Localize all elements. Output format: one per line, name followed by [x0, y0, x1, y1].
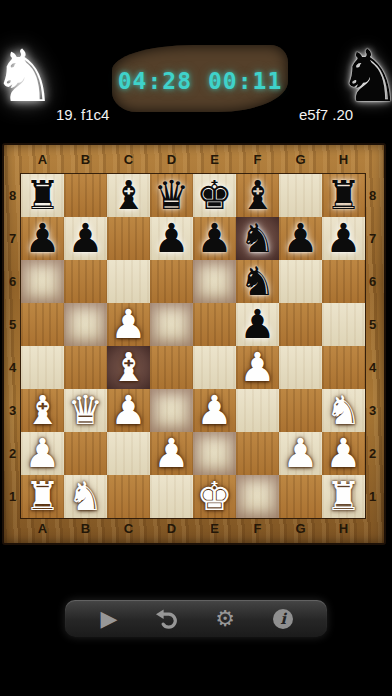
gear-icon: ⚙: [215, 607, 235, 631]
coord-label-E: E: [193, 145, 236, 174]
piece-black-rook-h8[interactable]: ♜: [326, 174, 362, 217]
rank-labels-left: 87654321: [4, 174, 21, 518]
coord-label-3: 3: [4, 389, 21, 432]
square-e1[interactable]: ♚: [193, 475, 236, 518]
piece-white-pawn-d2[interactable]: ♟: [154, 432, 190, 475]
piece-black-pawn-d7[interactable]: ♟: [154, 217, 190, 260]
coord-label-H: H: [322, 145, 365, 174]
coord-label-8: 8: [4, 174, 21, 217]
game-clock: 04:28 00:11: [112, 45, 288, 112]
piece-black-pawn-g7[interactable]: ♟: [283, 217, 319, 260]
square-d1[interactable]: [150, 475, 193, 518]
chess-app-screen: ♞ 19. f1c4 17. d1b3 15. c2c3 04:28 00:11…: [0, 0, 392, 696]
square-b7[interactable]: ♟: [64, 217, 107, 260]
square-a1[interactable]: ♜: [21, 475, 64, 518]
square-g5[interactable]: [279, 303, 322, 346]
square-g2[interactable]: ♟: [279, 432, 322, 475]
piece-white-pawn-f4[interactable]: ♟: [240, 346, 276, 389]
square-d6[interactable]: [150, 260, 193, 303]
coord-label-C: C: [107, 514, 150, 543]
square-d7[interactable]: ♟: [150, 217, 193, 260]
piece-white-bishop-a3[interactable]: ♝: [25, 389, 61, 432]
piece-white-king-e1[interactable]: ♚: [197, 475, 233, 518]
piece-black-rook-a8[interactable]: ♜: [25, 174, 61, 217]
square-h2[interactable]: ♟: [322, 432, 365, 475]
square-e7[interactable]: ♟: [193, 217, 236, 260]
square-d2[interactable]: ♟: [150, 432, 193, 475]
piece-white-queen-b3[interactable]: ♛: [68, 389, 104, 432]
square-e4[interactable]: [193, 346, 236, 389]
undo-button[interactable]: [155, 607, 179, 631]
white-move-latest: 19. f1c4: [56, 103, 114, 126]
square-b3[interactable]: ♛: [64, 389, 107, 432]
piece-white-rook-h1[interactable]: ♜: [326, 475, 362, 518]
piece-white-bishop-c4[interactable]: ♝: [111, 346, 147, 389]
square-d5[interactable]: [150, 303, 193, 346]
coord-label-F: F: [236, 514, 279, 543]
piece-white-rook-a1[interactable]: ♜: [25, 475, 61, 518]
square-e5[interactable]: [193, 303, 236, 346]
coord-label-B: B: [64, 145, 107, 174]
square-a8[interactable]: ♜: [21, 174, 64, 217]
square-b5[interactable]: [64, 303, 107, 346]
coord-label-D: D: [150, 514, 193, 543]
square-g1[interactable]: [279, 475, 322, 518]
coord-label-A: A: [21, 145, 64, 174]
square-a2[interactable]: ♟: [21, 432, 64, 475]
square-c6[interactable]: [107, 260, 150, 303]
square-h6[interactable]: [322, 260, 365, 303]
square-c8[interactable]: ♝: [107, 174, 150, 217]
square-h4[interactable]: [322, 346, 365, 389]
square-b6[interactable]: [64, 260, 107, 303]
info-icon: i: [273, 609, 293, 629]
square-c5[interactable]: ♟: [107, 303, 150, 346]
square-f5[interactable]: ♟: [236, 303, 279, 346]
piece-white-pawn-g2[interactable]: ♟: [283, 432, 319, 475]
coord-label-4: 4: [4, 346, 21, 389]
settings-button[interactable]: ⚙: [213, 607, 237, 631]
square-a4[interactable]: [21, 346, 64, 389]
piece-black-pawn-a7[interactable]: ♟: [25, 217, 61, 260]
square-g6[interactable]: [279, 260, 322, 303]
square-f3[interactable]: [236, 389, 279, 432]
square-e6[interactable]: [193, 260, 236, 303]
square-g7[interactable]: ♟: [279, 217, 322, 260]
piece-black-pawn-h7[interactable]: ♟: [326, 217, 362, 260]
piece-black-pawn-b7[interactable]: ♟: [68, 217, 104, 260]
square-b2[interactable]: [64, 432, 107, 475]
piece-black-pawn-f5[interactable]: ♟: [240, 303, 276, 346]
play-icon: ▶: [101, 607, 118, 631]
square-d8[interactable]: ♛: [150, 174, 193, 217]
square-h1[interactable]: ♜: [322, 475, 365, 518]
piece-black-knight-f6[interactable]: ♞: [240, 260, 276, 303]
square-f2[interactable]: [236, 432, 279, 475]
piece-white-pawn-c5[interactable]: ♟: [111, 303, 147, 346]
square-g8[interactable]: [279, 174, 322, 217]
piece-white-knight-b1[interactable]: ♞: [68, 475, 104, 518]
file-labels-top: ABCDEFGH: [21, 145, 365, 174]
coord-label-D: D: [150, 145, 193, 174]
square-a5[interactable]: [21, 303, 64, 346]
square-b1[interactable]: ♞: [64, 475, 107, 518]
square-d4[interactable]: [150, 346, 193, 389]
square-g4[interactable]: [279, 346, 322, 389]
square-e3[interactable]: ♟: [193, 389, 236, 432]
square-e8[interactable]: ♚: [193, 174, 236, 217]
square-f4[interactable]: ♟: [236, 346, 279, 389]
coord-label-2: 2: [4, 432, 21, 475]
square-a6[interactable]: [21, 260, 64, 303]
piece-white-pawn-c3[interactable]: ♟: [111, 389, 147, 432]
white-clock-time: 04:28: [118, 68, 192, 94]
square-a3[interactable]: ♝: [21, 389, 64, 432]
square-c1[interactable]: [107, 475, 150, 518]
piece-white-pawn-e3[interactable]: ♟: [197, 389, 233, 432]
square-c7[interactable]: [107, 217, 150, 260]
square-h8[interactable]: ♜: [322, 174, 365, 217]
piece-black-pawn-e7[interactable]: ♟: [197, 217, 233, 260]
coord-label-G: G: [279, 145, 322, 174]
piece-black-bishop-c8[interactable]: ♝: [111, 174, 147, 217]
piece-black-knight-f7[interactable]: ♞: [240, 217, 276, 260]
coord-label-6: 6: [4, 260, 21, 303]
coord-label-5: 5: [4, 303, 21, 346]
chess-board: ABCDEFGH ABCDEFGH 87654321 87654321 ♜♝♛♚…: [2, 143, 386, 545]
square-h5[interactable]: [322, 303, 365, 346]
square-c2[interactable]: [107, 432, 150, 475]
square-f6[interactable]: ♞: [236, 260, 279, 303]
black-clock-time: 00:11: [208, 68, 282, 94]
piece-white-pawn-a2[interactable]: ♟: [25, 432, 61, 475]
coord-label-7: 7: [4, 217, 21, 260]
undo-icon: [155, 608, 179, 629]
clock-digits: 04:28 00:11: [118, 64, 283, 94]
square-c3[interactable]: ♟: [107, 389, 150, 432]
square-h3[interactable]: ♞: [322, 389, 365, 432]
piece-black-queen-d8[interactable]: ♛: [154, 174, 190, 217]
info-button[interactable]: i: [271, 607, 295, 631]
square-f8[interactable]: ♝: [236, 174, 279, 217]
square-h7[interactable]: ♟: [322, 217, 365, 260]
piece-white-pawn-h2[interactable]: ♟: [326, 432, 362, 475]
square-a7[interactable]: ♟: [21, 217, 64, 260]
play-button[interactable]: ▶: [97, 607, 121, 631]
coord-label-G: G: [279, 514, 322, 543]
square-b4[interactable]: [64, 346, 107, 389]
bottom-toolbar: ▶ ⚙ i: [65, 600, 327, 637]
square-f7[interactable]: ♞: [236, 217, 279, 260]
piece-black-king-e8[interactable]: ♚: [197, 174, 233, 217]
piece-white-knight-h3[interactable]: ♞: [326, 389, 362, 432]
black-player-knight-icon: ♞: [337, 40, 392, 112]
square-c4[interactable]: ♝: [107, 346, 150, 389]
piece-black-bishop-f8[interactable]: ♝: [240, 174, 276, 217]
coord-label-F: F: [236, 145, 279, 174]
square-f1[interactable]: [236, 475, 279, 518]
coord-label-C: C: [107, 145, 150, 174]
white-player-knight-icon: ♞: [0, 40, 57, 112]
board-squares-grid: ♜♝♛♚♝♜♟♟♟♟♞♟♟♞♟♟♝♟♝♛♟♟♞♟♟♟♟♜♞♚♜: [21, 174, 365, 518]
square-d3[interactable]: [150, 389, 193, 432]
square-g3[interactable]: [279, 389, 322, 432]
square-b8[interactable]: [64, 174, 107, 217]
square-e2[interactable]: [193, 432, 236, 475]
coord-label-1: 1: [4, 475, 21, 518]
